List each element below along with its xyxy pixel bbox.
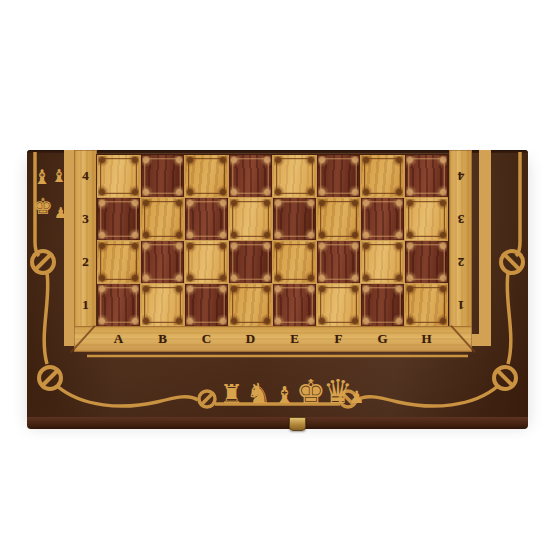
- square-g2: [361, 241, 404, 283]
- queen-icon: ♛: [323, 372, 353, 411]
- square-f3: [317, 198, 360, 240]
- square-f1: [317, 284, 360, 326]
- square-b4: [141, 155, 184, 197]
- file-label-b: B: [158, 331, 167, 347]
- square-g3: [361, 198, 404, 240]
- chessboard-half-8x4: [97, 155, 448, 326]
- king-icon: ♚: [33, 194, 53, 219]
- rank-label-3-right: 3: [457, 211, 464, 227]
- square-c4: [185, 155, 228, 197]
- file-label-f: F: [335, 331, 343, 347]
- rank-label-2-left: 2: [82, 254, 89, 270]
- pawn-icon: ♟: [54, 204, 67, 222]
- product-photo-chess-box: ♝♝♚♟✦ ♝♝♚♟✦ ♜♞♝♚♛♟ 4321 4321 ABCDEFGH: [0, 0, 560, 560]
- king-icon: ♚: [296, 372, 326, 411]
- bishop-icon: ♝: [274, 382, 295, 408]
- square-h3: [405, 198, 448, 240]
- square-e1: [273, 284, 316, 326]
- square-f4: [317, 155, 360, 197]
- bottom-piece-silhouettes: ♜♞♝♚♛♟: [220, 372, 364, 411]
- file-labels-bottom: ABCDEFGH: [74, 326, 472, 352]
- rank-label-3-left: 3: [82, 211, 89, 227]
- rank-label-4-right: 4: [457, 168, 464, 184]
- square-d4: [229, 155, 272, 197]
- knight-icon: ♞: [246, 377, 271, 410]
- square-e3: [273, 198, 316, 240]
- square-d1: [229, 284, 272, 326]
- square-f2: [317, 241, 360, 283]
- square-h4: [405, 155, 448, 197]
- rook-icon: ♜: [220, 379, 243, 409]
- bishop-icon: ♝: [33, 165, 51, 189]
- file-label-a: A: [114, 331, 123, 347]
- file-label-d: D: [246, 331, 255, 347]
- square-b3: [141, 198, 184, 240]
- corner-piece-silhouettes-left: ♝♝♚♟✦: [33, 155, 73, 222]
- square-d3: [229, 198, 272, 240]
- rank-label-2-right: 2: [457, 254, 464, 270]
- square-h2: [405, 241, 448, 283]
- square-g4: [361, 155, 404, 197]
- square-a3: [97, 198, 140, 240]
- square-c3: [185, 198, 228, 240]
- square-d2: [229, 241, 272, 283]
- rank-label-4-left: 4: [82, 168, 89, 184]
- file-label-h: H: [421, 331, 431, 347]
- rank-labels-right: 4321: [449, 150, 472, 327]
- rank-label-1-left: 1: [82, 297, 89, 313]
- square-a1: [97, 284, 140, 326]
- box-side-edge: [27, 417, 528, 429]
- file-label-g: G: [377, 331, 387, 347]
- square-h1: [405, 284, 448, 326]
- square-b1: [141, 284, 184, 326]
- square-g1: [361, 284, 404, 326]
- square-c2: [185, 241, 228, 283]
- pawn-icon: ♟: [349, 387, 364, 407]
- star-icon: ✦: [65, 155, 73, 166]
- square-a2: [97, 241, 140, 283]
- square-e2: [273, 241, 316, 283]
- file-label-c: C: [202, 331, 211, 347]
- square-a4: [97, 155, 140, 197]
- square-b2: [141, 241, 184, 283]
- rank-labels-left: 4321: [74, 150, 97, 327]
- square-c1: [185, 284, 228, 326]
- rank-label-1-right: 1: [457, 297, 464, 313]
- file-label-e: E: [290, 331, 299, 347]
- chess-box-top-face: ♝♝♚♟✦ ♝♝♚♟✦ ♜♞♝♚♛♟ 4321 4321 ABCDEFGH: [27, 150, 528, 417]
- square-e4: [273, 155, 316, 197]
- bishop-icon: ♝: [51, 165, 67, 186]
- brass-clasp: [289, 417, 306, 431]
